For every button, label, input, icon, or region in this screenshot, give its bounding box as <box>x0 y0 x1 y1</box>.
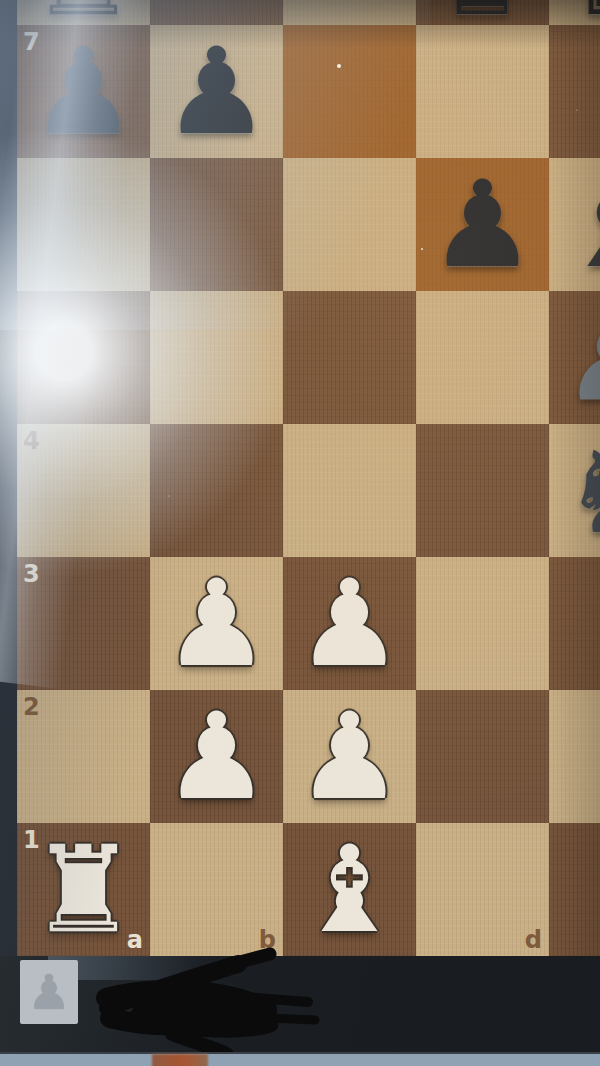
white-pawn[interactable]: ♟ <box>283 690 416 823</box>
bottom-content-strip <box>0 1052 600 1066</box>
black-bishop[interactable]: ♝ <box>549 158 600 291</box>
square-e2[interactable] <box>549 690 600 823</box>
square-e6[interactable]: ♝ <box>549 158 600 291</box>
square-c5[interactable] <box>283 291 416 424</box>
square-e8[interactable]: ♚ <box>549 0 600 25</box>
player-bar: ♟ <box>0 956 600 1052</box>
square-d4[interactable] <box>416 424 549 557</box>
square-e1[interactable] <box>549 823 600 956</box>
rank-label-3: 3 <box>23 560 40 588</box>
square-d1[interactable]: d <box>416 823 549 956</box>
square-a3[interactable]: 3 <box>17 557 150 690</box>
square-c6[interactable] <box>283 158 416 291</box>
square-b6[interactable] <box>150 158 283 291</box>
white-pawn[interactable]: ♟ <box>283 557 416 690</box>
square-c4[interactable] <box>283 424 416 557</box>
square-b7[interactable]: ♟ <box>150 25 283 158</box>
square-b5[interactable] <box>150 291 283 424</box>
last-move-highlight-c7 <box>283 25 416 158</box>
square-e7[interactable] <box>549 25 600 158</box>
black-pawn[interactable]: ♟ <box>150 25 283 158</box>
square-a6[interactable] <box>17 158 150 291</box>
file-label-d: d <box>525 926 542 954</box>
captured-white-pawn-icon: ♟ <box>27 960 70 1024</box>
photographed-screen: ♜♛♚♟7♟♟♝♟4♞3♟♟2♟♟♜1ab♝d ♟ <box>0 0 600 1066</box>
rank-label-1: 1 <box>23 826 40 854</box>
square-b1[interactable]: b <box>150 823 283 956</box>
square-a7[interactable]: ♟7 <box>17 25 150 158</box>
black-pawn[interactable]: ♟ <box>416 158 549 291</box>
chess-board[interactable]: ♜♛♚♟7♟♟♝♟4♞3♟♟2♟♟♜1ab♝d <box>17 0 600 956</box>
square-d7[interactable] <box>416 25 549 158</box>
board-left-bezel <box>0 0 17 956</box>
square-d6[interactable]: ♟ <box>416 158 549 291</box>
square-b2[interactable]: ♟ <box>150 690 283 823</box>
square-d5[interactable] <box>416 291 549 424</box>
square-b4[interactable] <box>150 424 283 557</box>
black-knight[interactable]: ♞ <box>549 424 600 557</box>
square-e3[interactable] <box>549 557 600 690</box>
square-e5[interactable]: ♟ <box>549 291 600 424</box>
square-c1[interactable]: ♝ <box>283 823 416 956</box>
file-label-b: b <box>259 926 276 954</box>
square-d2[interactable] <box>416 690 549 823</box>
captured-piece-tile: ♟ <box>20 960 78 1024</box>
square-e4[interactable]: ♞ <box>549 424 600 557</box>
square-b3[interactable]: ♟ <box>150 557 283 690</box>
square-a1[interactable]: ♜1a <box>17 823 150 956</box>
white-pawn[interactable]: ♟ <box>150 690 283 823</box>
cropped-content-blob <box>152 1054 208 1066</box>
ink-scribble-over-player-name <box>80 936 350 1066</box>
rank-label-7: 7 <box>23 28 40 56</box>
white-bishop[interactable]: ♝ <box>283 823 416 956</box>
square-a4[interactable]: 4 <box>17 424 150 557</box>
square-d3[interactable] <box>416 557 549 690</box>
file-label-a: a <box>127 926 143 954</box>
square-c2[interactable]: ♟ <box>283 690 416 823</box>
square-c7[interactable] <box>283 25 416 158</box>
square-d8[interactable]: ♛ <box>416 0 549 25</box>
square-c3[interactable]: ♟ <box>283 557 416 690</box>
square-a2[interactable]: 2 <box>17 690 150 823</box>
rank-label-2: 2 <box>23 693 40 721</box>
white-pawn[interactable]: ♟ <box>150 557 283 690</box>
black-pawn[interactable]: ♟ <box>549 291 600 424</box>
square-a5[interactable] <box>17 291 150 424</box>
square-c8[interactable] <box>283 0 416 25</box>
dust-specks <box>337 64 341 68</box>
rank-label-4: 4 <box>23 427 40 455</box>
